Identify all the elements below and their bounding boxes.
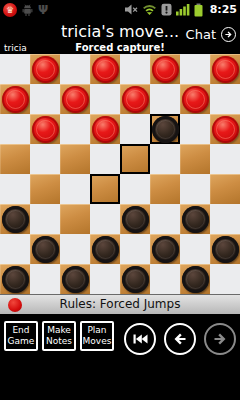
- square-r3c3[interactable]: [60, 114, 90, 144]
- square-r4c7[interactable]: [180, 144, 210, 174]
- square-r3c5[interactable]: [120, 114, 150, 144]
- wifi-icon: [142, 4, 157, 16]
- step-back-button[interactable]: [164, 323, 196, 355]
- checkers-board[interactable]: [0, 54, 240, 294]
- square-r1c4[interactable]: [90, 54, 120, 84]
- end-game-label-line2: Game: [8, 336, 35, 347]
- red-piece[interactable]: [122, 86, 149, 113]
- rules-bar: Rules: Forced Jumps: [0, 294, 240, 314]
- square-r5c2[interactable]: [30, 174, 60, 204]
- square-r1c3[interactable]: [60, 54, 90, 84]
- square-r3c1[interactable]: [0, 114, 30, 144]
- square-r5c4[interactable]: [90, 174, 120, 204]
- black-piece[interactable]: [62, 266, 89, 293]
- black-piece[interactable]: [2, 266, 29, 293]
- square-r1c7[interactable]: [180, 54, 210, 84]
- square-r4c5[interactable]: [120, 144, 150, 174]
- square-r8c3[interactable]: [60, 264, 90, 294]
- square-r2c3[interactable]: [60, 84, 90, 114]
- square-r5c6[interactable]: [150, 174, 180, 204]
- black-piece[interactable]: [152, 236, 179, 263]
- square-r4c2[interactable]: [30, 144, 60, 174]
- black-piece[interactable]: [152, 116, 179, 143]
- square-r1c6[interactable]: [150, 54, 180, 84]
- skip-to-start-button[interactable]: [124, 323, 156, 355]
- square-r5c3[interactable]: [60, 174, 90, 204]
- android-robot-icon: [21, 3, 34, 17]
- make-notes-button[interactable]: Make Notes: [42, 321, 76, 351]
- square-r4c8[interactable]: [210, 144, 240, 174]
- square-r3c7[interactable]: [180, 114, 210, 144]
- red-piece[interactable]: [92, 116, 119, 143]
- square-r5c7[interactable]: [180, 174, 210, 204]
- red-piece[interactable]: [212, 56, 239, 83]
- square-r1c2[interactable]: [30, 54, 60, 84]
- square-r2c2[interactable]: [30, 84, 60, 114]
- square-r1c8[interactable]: [210, 54, 240, 84]
- square-r2c5[interactable]: [120, 84, 150, 114]
- square-r2c4[interactable]: [90, 84, 120, 114]
- square-r8c8[interactable]: [210, 264, 240, 294]
- square-r6c7[interactable]: [180, 204, 210, 234]
- status-right-icons: 8:25: [125, 3, 237, 17]
- square-r6c6[interactable]: [150, 204, 180, 234]
- checkers-app-screen: ♛ Ψ: [0, 0, 240, 400]
- end-game-label-line1: End: [12, 325, 29, 336]
- red-piece[interactable]: [212, 116, 239, 143]
- back-arrow-icon: [172, 331, 188, 347]
- black-piece[interactable]: [212, 236, 239, 263]
- black-piece[interactable]: [122, 206, 149, 233]
- chat-label: Chat: [186, 27, 216, 42]
- red-piece[interactable]: [92, 56, 119, 83]
- forward-arrow-icon: [212, 331, 228, 347]
- black-piece[interactable]: [92, 236, 119, 263]
- square-r2c6[interactable]: [150, 84, 180, 114]
- square-r8c4[interactable]: [90, 264, 120, 294]
- clock: 8:25: [210, 3, 237, 16]
- square-r7c3[interactable]: [60, 234, 90, 264]
- plan-moves-label-line1: Plan: [87, 325, 106, 336]
- black-piece[interactable]: [122, 266, 149, 293]
- make-notes-label-line2: Notes: [46, 336, 72, 347]
- chat-button[interactable]: Chat: [186, 27, 236, 42]
- control-panel: End Game Make Notes Plan Moves: [0, 314, 240, 400]
- usb-connected-icon: Ψ: [38, 4, 48, 16]
- square-r5c1[interactable]: [0, 174, 30, 204]
- square-r1c5[interactable]: [120, 54, 150, 84]
- signal-bars-icon: [176, 3, 190, 16]
- square-r8c1[interactable]: [0, 264, 30, 294]
- sim-warning-icon: [161, 3, 172, 16]
- square-r3c2[interactable]: [30, 114, 60, 144]
- square-r2c8[interactable]: [210, 84, 240, 114]
- red-piece[interactable]: [32, 116, 59, 143]
- red-piece[interactable]: [62, 86, 89, 113]
- square-r7c8[interactable]: [210, 234, 240, 264]
- end-game-button[interactable]: End Game: [4, 321, 38, 351]
- square-r4c1[interactable]: [0, 144, 30, 174]
- volume-muted-icon: [125, 3, 138, 16]
- black-piece[interactable]: [182, 266, 209, 293]
- square-r6c1[interactable]: [0, 204, 30, 234]
- plan-moves-button[interactable]: Plan Moves: [80, 321, 114, 351]
- checkers-app-notification-icon: ♛: [3, 3, 17, 17]
- square-r1c1[interactable]: [0, 54, 30, 84]
- red-piece[interactable]: [2, 86, 29, 113]
- square-r8c6[interactable]: [150, 264, 180, 294]
- red-piece[interactable]: [32, 56, 59, 83]
- step-forward-button[interactable]: [204, 323, 236, 355]
- square-r8c5[interactable]: [120, 264, 150, 294]
- square-r5c5[interactable]: [120, 174, 150, 204]
- rules-label: Rules: Forced Jumps: [0, 297, 240, 311]
- battery-icon: [194, 3, 203, 17]
- square-r7c4[interactable]: [90, 234, 120, 264]
- forced-capture-message: Forced capture!: [0, 42, 240, 53]
- square-r2c1[interactable]: [0, 84, 30, 114]
- square-r4c4[interactable]: [90, 144, 120, 174]
- black-piece[interactable]: [2, 206, 29, 233]
- square-r3c8[interactable]: [210, 114, 240, 144]
- square-r4c3[interactable]: [60, 144, 90, 174]
- square-r4c6[interactable]: [150, 144, 180, 174]
- black-piece[interactable]: [182, 206, 209, 233]
- square-r8c7[interactable]: [180, 264, 210, 294]
- skip-to-start-icon: [132, 331, 148, 347]
- red-piece[interactable]: [152, 56, 179, 83]
- square-r6c8[interactable]: [210, 204, 240, 234]
- square-r6c5[interactable]: [120, 204, 150, 234]
- square-r7c6[interactable]: [150, 234, 180, 264]
- square-r8c2[interactable]: [30, 264, 60, 294]
- square-r7c2[interactable]: [30, 234, 60, 264]
- game-header: tricia's move... Chat tricia Forced capt…: [0, 19, 240, 54]
- square-r7c1[interactable]: [0, 234, 30, 264]
- status-bar: ♛ Ψ: [0, 0, 240, 19]
- chat-arrow-icon: [221, 27, 236, 42]
- square-r2c7[interactable]: [180, 84, 210, 114]
- make-notes-label-line1: Make: [47, 325, 71, 336]
- square-r3c6[interactable]: [150, 114, 180, 144]
- square-r6c4[interactable]: [90, 204, 120, 234]
- square-r3c4[interactable]: [90, 114, 120, 144]
- square-r6c3[interactable]: [60, 204, 90, 234]
- square-r5c8[interactable]: [210, 174, 240, 204]
- plan-moves-label-line2: Moves: [83, 336, 112, 347]
- square-r7c7[interactable]: [180, 234, 210, 264]
- square-r7c5[interactable]: [120, 234, 150, 264]
- black-piece[interactable]: [32, 236, 59, 263]
- red-piece[interactable]: [182, 86, 209, 113]
- square-r6c2[interactable]: [30, 204, 60, 234]
- status-left-icons: ♛ Ψ: [3, 3, 48, 17]
